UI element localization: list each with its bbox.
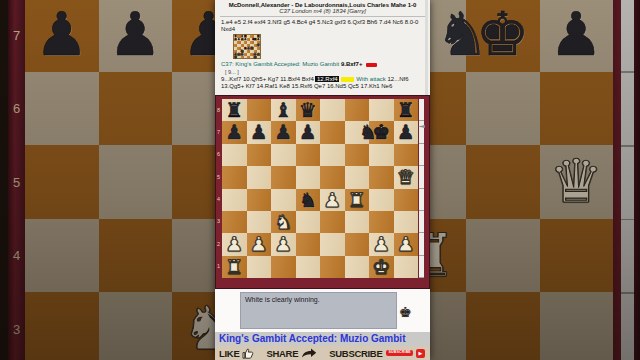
piece-wp-a2[interactable]: ♟ bbox=[222, 233, 247, 255]
square-b8[interactable] bbox=[247, 99, 272, 121]
square-e1[interactable] bbox=[320, 256, 345, 278]
game-players-header: McDonnell,Alexander - De Labourdonnais,L… bbox=[215, 0, 430, 8]
square-e6[interactable] bbox=[320, 144, 345, 166]
rank-label-2: 2 bbox=[215, 241, 222, 247]
notation-panel: McDonnell,Alexander - De Labourdonnais,L… bbox=[215, 0, 430, 95]
piece-wq-h5: ♛ bbox=[257, 44, 260, 47]
notation-divider bbox=[220, 16, 425, 17]
red-annotation-badge bbox=[366, 63, 377, 68]
opening-move[interactable]: 9.Bxf7+ bbox=[341, 61, 363, 67]
square-g3[interactable] bbox=[369, 211, 394, 233]
action-bar: LIKE SHARE SUBSCRIBE SUBSCRIBE ▶ bbox=[215, 346, 430, 360]
square-e3[interactable] bbox=[320, 211, 345, 233]
moves-line-3[interactable]: 13.Qg5+ Kf7 14.Raf1 Ke8 15.Rxf6 Qe7 16.N… bbox=[215, 83, 430, 90]
moves-before-current[interactable]: 9...Kxf7 10.Qh5+ Kg7 11.Bxf4 Bxf4 bbox=[221, 76, 315, 82]
yellow-annotation-badge bbox=[341, 77, 354, 82]
engine-panel: White is clearly winning. ♚ bbox=[215, 289, 430, 332]
piece-bp-a7[interactable]: ♟ bbox=[222, 121, 247, 143]
square-b1[interactable] bbox=[247, 256, 272, 278]
piece-bp-h7[interactable]: ♟ bbox=[394, 121, 419, 143]
moves-after-annotation[interactable]: 12...Nf6 bbox=[386, 76, 409, 82]
piece-wk-g1[interactable]: ♚ bbox=[369, 256, 394, 278]
share-button[interactable]: SHARE bbox=[266, 348, 298, 359]
thumbs-up-icon[interactable] bbox=[242, 348, 254, 359]
piece-bp-d7: ♟ bbox=[244, 38, 247, 41]
opening-line: C37: King's Gambit Accepted: Muzio Gambi… bbox=[215, 60, 430, 68]
rank-label-4: 4 bbox=[215, 196, 222, 202]
square-c5[interactable] bbox=[271, 166, 296, 188]
piece-bp-h7: ♟ bbox=[257, 38, 260, 41]
square-c6[interactable] bbox=[271, 144, 296, 166]
mini-board-thumbnail: ♜♝♛♜♟♟♟♟♚♞♟♛♞♟♜♞♟♟♟♟♟♜♚ bbox=[234, 35, 260, 58]
moves-line-2: 9...Kxf7 10.Qh5+ Kg7 11.Bxf4 Bxf4 12.Rxf… bbox=[215, 76, 430, 83]
square-f8[interactable] bbox=[345, 99, 370, 121]
square-g6[interactable] bbox=[369, 144, 394, 166]
square-b4[interactable] bbox=[247, 189, 272, 211]
piece-bp-d7[interactable]: ♟ bbox=[296, 121, 321, 143]
square-a3[interactable] bbox=[222, 211, 247, 233]
like-button[interactable]: LIKE bbox=[219, 348, 239, 359]
variation-bracket[interactable]: [ 9... ] bbox=[215, 69, 430, 76]
current-move[interactable]: 12.Rxf4 bbox=[315, 76, 339, 82]
piece-wk-g1: ♚ bbox=[254, 56, 257, 59]
piece-bp-b7[interactable]: ♟ bbox=[247, 121, 272, 143]
square-d3[interactable] bbox=[296, 211, 321, 233]
square-g8[interactable] bbox=[369, 99, 394, 121]
square-c1[interactable] bbox=[271, 256, 296, 278]
piece-bp-c7[interactable]: ♟ bbox=[271, 121, 296, 143]
chess-board-frame: ♜♝♛♜♟♟♟♟♚♞♟♛♞♟♜♞♟♟♟♟♟♜♚ 87654321 abcdefg… bbox=[215, 95, 430, 289]
square-c4[interactable] bbox=[271, 189, 296, 211]
game-event-line: C37 London m4 (8) 1834 [Garry] bbox=[215, 8, 430, 14]
square-b3[interactable] bbox=[247, 211, 272, 233]
square-b6[interactable] bbox=[247, 144, 272, 166]
piece-wp-c2: ♟ bbox=[241, 53, 244, 56]
square-h1[interactable] bbox=[394, 256, 419, 278]
piece-wr-f4: ♜ bbox=[250, 47, 253, 50]
opening-name[interactable]: C37: King's Gambit Accepted: Muzio Gambi… bbox=[221, 61, 339, 67]
rank-label-8: 8 bbox=[215, 107, 222, 113]
rank-label-6: 6 bbox=[215, 151, 222, 157]
square-h6[interactable] bbox=[394, 144, 419, 166]
engine-evaluation-text: White is clearly winning. bbox=[240, 292, 397, 329]
subscribe-button[interactable]: SUBSCRIBE bbox=[329, 348, 382, 359]
square-d6[interactable] bbox=[296, 144, 321, 166]
subscribe-badge[interactable]: SUBSCRIBE bbox=[386, 350, 412, 357]
square-a5[interactable] bbox=[222, 166, 247, 188]
piece-bb-c8[interactable]: ♝ bbox=[271, 99, 296, 121]
square-g5[interactable] bbox=[369, 166, 394, 188]
piece-wp-h2[interactable]: ♟ bbox=[394, 233, 419, 255]
piece-bn-f7[interactable]: ♞ bbox=[356, 121, 381, 143]
square-e2[interactable] bbox=[320, 233, 345, 255]
piece-bq-d8[interactable]: ♛ bbox=[296, 99, 321, 121]
piece-bn-f7: ♞ bbox=[252, 38, 255, 41]
piece-wq-h5[interactable]: ♛ bbox=[394, 166, 419, 188]
piece-wr-a1: ♜ bbox=[234, 56, 237, 59]
piece-wp-g2[interactable]: ♟ bbox=[369, 233, 394, 255]
rank-label-1: 1 bbox=[215, 263, 222, 269]
square-a4[interactable] bbox=[222, 189, 247, 211]
annotation-with-attack: With attack bbox=[356, 76, 386, 82]
rank-label-5: 5 bbox=[215, 174, 222, 180]
square-b5[interactable] bbox=[247, 166, 272, 188]
square-e8[interactable] bbox=[320, 99, 345, 121]
piece-wr-a1[interactable]: ♜ bbox=[222, 256, 247, 278]
piece-wp-c2[interactable]: ♟ bbox=[271, 233, 296, 255]
chess-board[interactable]: ♜♝♛♜♟♟♟♟♚♞♟♛♞♟♜♞♟♟♟♟♟♜♚ bbox=[222, 99, 418, 278]
video-title: King's Gambit Accepted: Muzio Gambit bbox=[215, 332, 430, 346]
rank-label-3: 3 bbox=[215, 218, 222, 224]
piece-wp-e4[interactable]: ♟ bbox=[320, 189, 345, 211]
square-d1[interactable] bbox=[296, 256, 321, 278]
piece-wp-h2: ♟ bbox=[257, 53, 260, 56]
piece-bn-d4[interactable]: ♞ bbox=[296, 189, 321, 211]
square-f2[interactable] bbox=[345, 233, 370, 255]
square-h4[interactable] bbox=[394, 189, 419, 211]
square-f6[interactable] bbox=[345, 144, 370, 166]
square-e5[interactable] bbox=[320, 166, 345, 188]
black-king-icon: ♚ bbox=[399, 304, 412, 320]
youtube-play-icon[interactable]: ▶ bbox=[416, 349, 425, 358]
square-a6[interactable] bbox=[222, 144, 247, 166]
square-f3[interactable] bbox=[345, 211, 370, 233]
piece-br-h8[interactable]: ♜ bbox=[394, 99, 419, 121]
piece-wn-c3[interactable]: ♞ bbox=[271, 211, 296, 233]
square-g4[interactable] bbox=[369, 189, 394, 211]
square-d5[interactable] bbox=[296, 166, 321, 188]
moves-line-1[interactable]: 1.e4 e5 2.f4 exf4 3.Nf3 g5 4.Bc4 g4 5.Nc… bbox=[215, 19, 430, 33]
share-arrow-icon[interactable] bbox=[301, 348, 317, 358]
square-d2[interactable] bbox=[296, 233, 321, 255]
video-content-column: McDonnell,Alexander - De Labourdonnais,L… bbox=[215, 0, 430, 360]
square-f5[interactable] bbox=[345, 166, 370, 188]
square-e7[interactable] bbox=[320, 121, 345, 143]
piece-wp-b2[interactable]: ♟ bbox=[247, 233, 272, 255]
piece-bn-f7: ♞ bbox=[426, 0, 500, 72]
rank-label-7: 7 bbox=[215, 129, 222, 135]
piece-br-a8[interactable]: ♜ bbox=[222, 99, 247, 121]
piece-wr-f4[interactable]: ♜ bbox=[345, 189, 370, 211]
square-h3[interactable] bbox=[394, 211, 419, 233]
square-f1[interactable] bbox=[345, 256, 370, 278]
